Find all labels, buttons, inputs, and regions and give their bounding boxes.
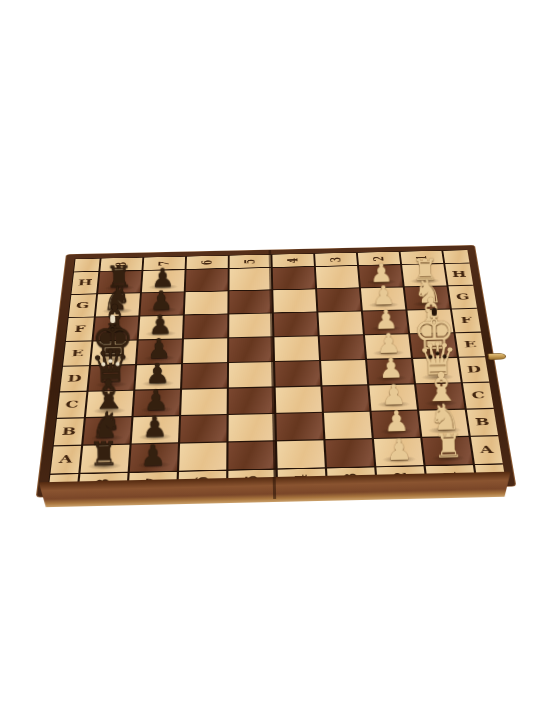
file-label-a-right: A (479, 445, 494, 455)
square-g3[interactable] (317, 288, 361, 311)
square-g5[interactable] (229, 290, 272, 313)
chess-set: 87654321H♜♟♟♜HG♞♟♟♞GF♝♟♟♝FE♚♟♟♚ED♛♟♟♛DC♝… (47, 135, 497, 585)
square-c3[interactable] (322, 385, 369, 411)
file-label-cell: E (455, 333, 484, 357)
square-e4[interactable] (274, 336, 319, 361)
piece-white-r-a1[interactable]: ♜ (425, 429, 473, 463)
square-h5[interactable] (229, 268, 271, 290)
square-f3[interactable] (318, 311, 363, 335)
file-label-f-left: F (74, 325, 86, 334)
rank-label-cell: 5 (230, 255, 271, 268)
piece-black-p-a7[interactable]: ♟ (129, 440, 177, 470)
piece-white-p-a2[interactable]: ♟ (375, 434, 423, 464)
piece-black-p-b7[interactable]: ♟ (131, 412, 178, 441)
square-b6[interactable] (180, 415, 227, 442)
file-label-f-right: F (460, 316, 472, 325)
rank-label-5-far: 5 (243, 259, 257, 264)
file-label-c-left: C (65, 400, 79, 410)
file-label-g-left: G (76, 301, 90, 309)
square-f6[interactable] (184, 315, 227, 339)
rank-label-4-far: 4 (286, 258, 300, 263)
piece-white-p-b2[interactable]: ♟ (373, 407, 420, 436)
square-a1[interactable]: ♜ (422, 437, 472, 465)
square-b3[interactable] (324, 412, 372, 439)
file-label-a-left: A (59, 454, 73, 464)
file-label-cell: A (471, 436, 503, 464)
square-a8[interactable]: ♜ (80, 445, 129, 473)
square-g4[interactable] (273, 289, 316, 312)
frame-corner (443, 250, 469, 263)
board-frame: 87654321H♜♟♟♜HG♞♟♟♞GF♝♟♟♝FE♚♟♟♚ED♛♟♟♛DC♝… (36, 245, 517, 497)
square-a2[interactable]: ♟ (374, 438, 423, 466)
square-f4[interactable] (274, 312, 318, 336)
square-a5[interactable] (228, 441, 275, 469)
square-g6[interactable] (185, 291, 228, 314)
square-d3[interactable] (321, 360, 367, 385)
square-d5[interactable] (229, 362, 274, 387)
file-label-b-left: B (61, 427, 76, 437)
square-h4[interactable] (273, 267, 315, 289)
square-h6[interactable] (186, 269, 228, 291)
square-h3[interactable] (316, 266, 359, 288)
file-label-d-left: D (67, 374, 82, 383)
square-c4[interactable] (276, 387, 322, 413)
file-label-h-left: H (77, 279, 92, 287)
square-f5[interactable] (229, 313, 272, 337)
rank-label-cell: 6 (187, 256, 228, 269)
square-e3[interactable] (320, 335, 365, 360)
square-a7[interactable]: ♟ (130, 444, 178, 472)
rank-label-3-far: 3 (329, 257, 343, 262)
square-c5[interactable] (229, 388, 275, 414)
square-b4[interactable] (276, 413, 323, 440)
square-e5[interactable] (229, 337, 273, 362)
square-e6[interactable] (183, 338, 227, 363)
file-label-d-right: D (466, 365, 481, 374)
file-label-g-right: G (455, 293, 469, 301)
square-a4[interactable] (277, 440, 325, 468)
file-label-c-right: C (471, 391, 486, 400)
file-label-cell: F (452, 309, 481, 332)
square-b5[interactable] (229, 414, 275, 441)
frame-corner (74, 259, 100, 272)
square-d6[interactable] (182, 363, 227, 388)
file-label-e-right: E (463, 340, 476, 349)
photo-canvas: 87654321H♜♟♟♜HG♞♟♟♞GF♝♟♟♝FE♚♟♟♚ED♛♟♟♛DC♝… (0, 0, 540, 720)
file-label-h-right: H (451, 270, 467, 278)
piece-black-r-a8[interactable]: ♜ (80, 437, 128, 471)
box-side-seam (273, 477, 276, 499)
brass-clasp-icon (488, 353, 507, 360)
square-c6[interactable] (181, 389, 227, 415)
file-label-b-right: B (475, 417, 491, 427)
square-d4[interactable] (275, 361, 320, 386)
rank-label-cell: 3 (315, 253, 357, 266)
file-label-e-left: E (71, 349, 84, 358)
rank-label-6-far: 6 (200, 260, 214, 265)
file-label-cell: A (50, 446, 81, 474)
square-a3[interactable] (325, 439, 374, 467)
file-label-cell: H (445, 263, 473, 285)
perspective-scene: 87654321H♜♟♟♜HG♞♟♟♞GF♝♟♟♝FE♚♟♟♚ED♛♟♟♛DC♝… (47, 135, 497, 585)
rank-label-cell: 4 (272, 254, 314, 267)
square-a6[interactable] (179, 442, 226, 470)
